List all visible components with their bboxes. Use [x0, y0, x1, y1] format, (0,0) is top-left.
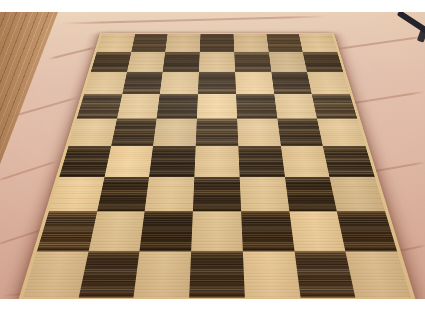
square-r2c6 — [269, 52, 308, 72]
square-r2c7 — [303, 52, 343, 72]
floor-plank-seam — [332, 35, 425, 50]
square-r2c3 — [163, 52, 200, 72]
square-r3c4 — [198, 72, 236, 94]
square-r9c7 — [346, 252, 411, 298]
square-r7c1 — [49, 177, 105, 212]
square-r5c6 — [277, 119, 323, 146]
square-r9c1 — [23, 252, 88, 298]
square-r6c7 — [323, 146, 375, 177]
square-r4c4 — [197, 94, 237, 119]
square-r9c3 — [134, 252, 191, 298]
square-r8c2 — [88, 212, 145, 252]
square-r1c6 — [266, 34, 303, 52]
square-r3c3 — [160, 72, 199, 94]
square-r4c3 — [157, 94, 198, 119]
square-r1c7 — [299, 34, 337, 52]
square-r9c5 — [243, 252, 300, 298]
square-r2c5 — [234, 52, 271, 72]
square-r6c3 — [149, 146, 195, 177]
photo-frame — [0, 0, 425, 322]
board-grid — [23, 34, 411, 298]
square-r7c4 — [193, 177, 241, 212]
square-r6c1 — [59, 146, 111, 177]
square-r1c5 — [233, 34, 268, 52]
square-r6c4 — [194, 146, 239, 177]
square-r9c4 — [189, 252, 244, 298]
square-r2c2 — [127, 52, 166, 72]
square-r8c7 — [337, 212, 397, 252]
square-r8c3 — [140, 212, 193, 252]
square-r8c4 — [191, 212, 242, 252]
square-r5c4 — [196, 119, 238, 146]
square-r4c7 — [312, 94, 357, 119]
square-r5c5 — [237, 119, 281, 146]
square-r3c6 — [271, 72, 312, 94]
floor-plank-seam — [0, 160, 59, 182]
square-r9c6 — [294, 252, 355, 298]
dark-corner-object — [417, 27, 425, 43]
square-r4c2 — [117, 94, 160, 119]
square-r3c7 — [307, 72, 350, 94]
square-r1c2 — [131, 34, 168, 52]
square-r3c1 — [84, 72, 127, 94]
square-r3c5 — [235, 72, 274, 94]
square-r1c1 — [97, 34, 135, 52]
square-r4c1 — [77, 94, 122, 119]
square-r4c5 — [236, 94, 277, 119]
warm-plank-wedge — [0, 12, 70, 172]
square-r8c1 — [37, 212, 97, 252]
square-r6c6 — [281, 146, 330, 177]
square-r8c5 — [241, 212, 294, 252]
square-r7c3 — [145, 177, 195, 212]
square-r3c2 — [122, 72, 163, 94]
square-r5c1 — [69, 119, 117, 146]
square-r4c6 — [274, 94, 317, 119]
square-r6c2 — [104, 146, 153, 177]
floor-plank-seam — [62, 16, 327, 25]
square-r9c2 — [78, 252, 139, 298]
square-r1c4 — [200, 34, 234, 52]
square-r1c3 — [165, 34, 200, 52]
square-r7c2 — [97, 177, 150, 212]
square-r5c7 — [317, 119, 365, 146]
square-r6c5 — [238, 146, 284, 177]
square-r5c3 — [153, 119, 197, 146]
square-r8c6 — [289, 212, 346, 252]
square-r7c5 — [240, 177, 290, 212]
room-floor — [0, 12, 425, 299]
square-r7c7 — [330, 177, 386, 212]
square-r2c4 — [199, 52, 235, 72]
square-r5c2 — [111, 119, 157, 146]
square-r2c1 — [91, 52, 131, 72]
checkerboard-rug — [18, 33, 416, 299]
square-r7c6 — [285, 177, 338, 212]
floor-plank-seam — [49, 46, 98, 60]
